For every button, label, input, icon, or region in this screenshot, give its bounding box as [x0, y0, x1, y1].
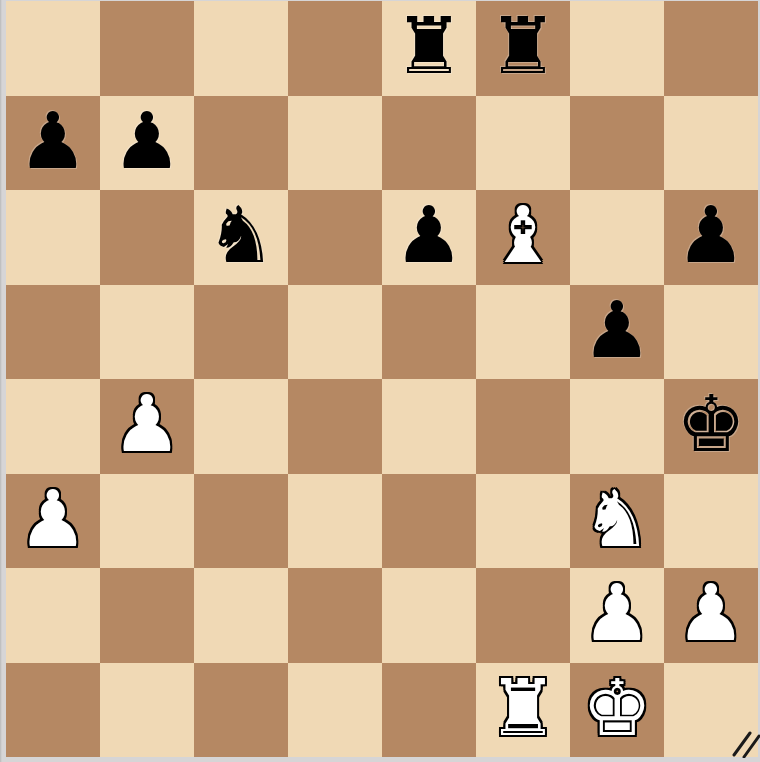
piece-black-king[interactable]: ♚ [676, 385, 746, 463]
piece-white-knight[interactable]: ♞ [582, 480, 652, 558]
square-d3[interactable] [288, 474, 382, 569]
square-d5[interactable] [288, 285, 382, 380]
square-h6[interactable]: ♟ [664, 190, 758, 285]
piece-white-bishop[interactable]: ♝ [488, 196, 558, 274]
square-g8[interactable] [570, 1, 664, 96]
square-g3[interactable]: ♞ [570, 474, 664, 569]
piece-black-pawn[interactable]: ♟ [582, 291, 652, 369]
square-f1[interactable]: ♜ [476, 663, 570, 758]
square-c7[interactable] [194, 96, 288, 191]
square-b2[interactable] [100, 568, 194, 663]
square-d8[interactable] [288, 1, 382, 96]
square-g7[interactable] [570, 96, 664, 191]
piece-black-pawn[interactable]: ♟ [394, 196, 464, 274]
piece-white-pawn[interactable]: ♟ [112, 385, 182, 463]
square-b1[interactable] [100, 663, 194, 758]
square-a8[interactable] [6, 1, 100, 96]
square-b8[interactable] [100, 1, 194, 96]
square-c6[interactable]: ♞ [194, 190, 288, 285]
square-c1[interactable] [194, 663, 288, 758]
piece-black-pawn[interactable]: ♟ [676, 196, 746, 274]
square-d6[interactable] [288, 190, 382, 285]
square-f2[interactable] [476, 568, 570, 663]
square-e1[interactable] [382, 663, 476, 758]
square-b7[interactable]: ♟ [100, 96, 194, 191]
square-a4[interactable] [6, 379, 100, 474]
square-f4[interactable] [476, 379, 570, 474]
square-h4[interactable]: ♚ [664, 379, 758, 474]
square-a1[interactable] [6, 663, 100, 758]
chess-board[interactable]: ♜♜♟♟♞♟♝♟♟♟♚♟♞♟♟♜♚ [6, 1, 758, 757]
square-h8[interactable] [664, 1, 758, 96]
piece-black-rook[interactable]: ♜ [394, 7, 464, 85]
square-a6[interactable] [6, 190, 100, 285]
square-g5[interactable]: ♟ [570, 285, 664, 380]
square-a5[interactable] [6, 285, 100, 380]
piece-black-knight[interactable]: ♞ [206, 196, 276, 274]
square-h1[interactable] [664, 663, 758, 758]
square-e4[interactable] [382, 379, 476, 474]
piece-white-pawn[interactable]: ♟ [582, 574, 652, 652]
square-c5[interactable] [194, 285, 288, 380]
square-b5[interactable] [100, 285, 194, 380]
square-h5[interactable] [664, 285, 758, 380]
square-e8[interactable]: ♜ [382, 1, 476, 96]
square-e2[interactable] [382, 568, 476, 663]
square-g6[interactable] [570, 190, 664, 285]
square-b3[interactable] [100, 474, 194, 569]
square-a3[interactable]: ♟ [6, 474, 100, 569]
square-f8[interactable]: ♜ [476, 1, 570, 96]
square-e6[interactable]: ♟ [382, 190, 476, 285]
square-f3[interactable] [476, 474, 570, 569]
square-b6[interactable] [100, 190, 194, 285]
piece-black-pawn[interactable]: ♟ [18, 102, 88, 180]
square-c4[interactable] [194, 379, 288, 474]
page-background: ♜♜♟♟♞♟♝♟♟♟♚♟♞♟♟♜♚ [0, 0, 760, 762]
piece-white-pawn[interactable]: ♟ [18, 480, 88, 558]
square-d1[interactable] [288, 663, 382, 758]
square-a2[interactable] [6, 568, 100, 663]
piece-white-rook[interactable]: ♜ [488, 669, 558, 747]
square-f6[interactable]: ♝ [476, 190, 570, 285]
square-d4[interactable] [288, 379, 382, 474]
square-e5[interactable] [382, 285, 476, 380]
piece-black-pawn[interactable]: ♟ [112, 102, 182, 180]
square-g4[interactable] [570, 379, 664, 474]
square-e3[interactable] [382, 474, 476, 569]
square-a7[interactable]: ♟ [6, 96, 100, 191]
square-b4[interactable]: ♟ [100, 379, 194, 474]
square-f5[interactable] [476, 285, 570, 380]
square-g2[interactable]: ♟ [570, 568, 664, 663]
square-f7[interactable] [476, 96, 570, 191]
square-d2[interactable] [288, 568, 382, 663]
square-d7[interactable] [288, 96, 382, 191]
piece-black-rook[interactable]: ♜ [488, 7, 558, 85]
square-c8[interactable] [194, 1, 288, 96]
square-g1[interactable]: ♚ [570, 663, 664, 758]
piece-white-pawn[interactable]: ♟ [676, 574, 746, 652]
square-h7[interactable] [664, 96, 758, 191]
square-e7[interactable] [382, 96, 476, 191]
square-h2[interactable]: ♟ [664, 568, 758, 663]
square-c2[interactable] [194, 568, 288, 663]
square-c3[interactable] [194, 474, 288, 569]
square-h3[interactable] [664, 474, 758, 569]
piece-white-king[interactable]: ♚ [582, 669, 652, 747]
